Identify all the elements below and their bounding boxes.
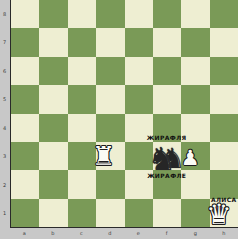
square-b3[interactable] <box>39 142 67 170</box>
square-f1[interactable] <box>153 199 181 227</box>
file-label-c: c <box>76 231 86 236</box>
square-c5[interactable] <box>68 85 96 113</box>
square-b5[interactable] <box>39 85 67 113</box>
square-d1[interactable] <box>96 199 124 227</box>
square-b6[interactable] <box>39 57 67 85</box>
square-e1[interactable] <box>125 199 153 227</box>
square-h6[interactable] <box>210 57 238 85</box>
rank-label-7: 7 <box>0 40 9 45</box>
file-label-f: f <box>162 231 172 236</box>
square-g2[interactable] <box>181 170 209 198</box>
square-e6[interactable] <box>125 57 153 85</box>
rank-label-5: 5 <box>0 97 9 102</box>
file-label-h: h <box>219 231 229 236</box>
square-c4[interactable] <box>68 114 96 142</box>
square-a2[interactable] <box>11 170 39 198</box>
rank-label-2: 2 <box>0 183 9 188</box>
square-c8[interactable] <box>68 0 96 28</box>
rank-label-3: 3 <box>0 154 9 159</box>
square-f4[interactable] <box>153 114 181 142</box>
rank-coordinates: 87654321 <box>0 0 9 228</box>
square-b1[interactable] <box>39 199 67 227</box>
square-a4[interactable] <box>11 114 39 142</box>
white-pawn[interactable]: ♟ <box>181 147 200 168</box>
chess-board <box>10 0 238 228</box>
square-d6[interactable] <box>96 57 124 85</box>
chess-board-widget: 87654321 abcdefgh ♜♞♞♟♛ЖИРАФЛЯЖИРАФЛЕАЛИ… <box>0 0 238 239</box>
square-f6[interactable] <box>153 57 181 85</box>
square-h2[interactable] <box>210 170 238 198</box>
square-e8[interactable] <box>125 0 153 28</box>
square-d7[interactable] <box>96 28 124 56</box>
square-c6[interactable] <box>68 57 96 85</box>
square-b7[interactable] <box>39 28 67 56</box>
file-coordinates: abcdefgh <box>10 228 238 239</box>
square-e7[interactable] <box>125 28 153 56</box>
square-e4[interactable] <box>125 114 153 142</box>
square-g7[interactable] <box>181 28 209 56</box>
white-rook[interactable]: ♜ <box>92 143 115 169</box>
square-h8[interactable] <box>210 0 238 28</box>
file-label-b: b <box>48 231 58 236</box>
square-h7[interactable] <box>210 28 238 56</box>
square-h3[interactable] <box>210 142 238 170</box>
file-label-a: a <box>19 231 29 236</box>
square-b4[interactable] <box>39 114 67 142</box>
square-a6[interactable] <box>11 57 39 85</box>
rank-label-8: 8 <box>0 12 9 17</box>
square-c2[interactable] <box>68 170 96 198</box>
square-a1[interactable] <box>11 199 39 227</box>
rank-label-6: 6 <box>0 69 9 74</box>
rank-label-4: 4 <box>0 126 9 131</box>
square-a3[interactable] <box>11 142 39 170</box>
square-c7[interactable] <box>68 28 96 56</box>
file-label-g: g <box>190 231 200 236</box>
file-label-e: e <box>133 231 143 236</box>
square-e5[interactable] <box>125 85 153 113</box>
square-f5[interactable] <box>153 85 181 113</box>
file-label-d: d <box>105 231 115 236</box>
square-g4[interactable] <box>181 114 209 142</box>
white-queen[interactable]: ♛ <box>206 201 231 229</box>
square-c1[interactable] <box>68 199 96 227</box>
square-b2[interactable] <box>39 170 67 198</box>
black-knight-front[interactable]: ♞ <box>147 143 176 175</box>
square-h5[interactable] <box>210 85 238 113</box>
square-d4[interactable] <box>96 114 124 142</box>
rank-label-1: 1 <box>0 211 9 216</box>
square-d2[interactable] <box>96 170 124 198</box>
square-d8[interactable] <box>96 0 124 28</box>
square-h4[interactable] <box>210 114 238 142</box>
square-b8[interactable] <box>39 0 67 28</box>
square-a5[interactable] <box>11 85 39 113</box>
square-f7[interactable] <box>153 28 181 56</box>
square-g6[interactable] <box>181 57 209 85</box>
square-g5[interactable] <box>181 85 209 113</box>
square-a7[interactable] <box>11 28 39 56</box>
square-g8[interactable] <box>181 0 209 28</box>
square-f8[interactable] <box>153 0 181 28</box>
square-d5[interactable] <box>96 85 124 113</box>
square-a8[interactable] <box>11 0 39 28</box>
